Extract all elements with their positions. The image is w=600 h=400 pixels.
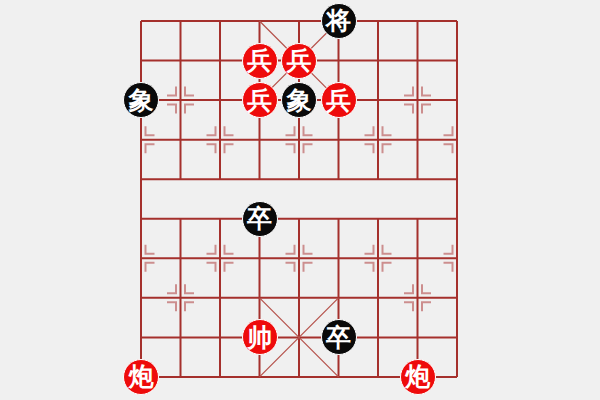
board-point: 帅: [240, 318, 280, 358]
board-point: 象: [121, 80, 161, 120]
board-point: [319, 159, 359, 199]
board-point: 将: [319, 1, 359, 41]
board-point: [279, 278, 319, 318]
board-point: [437, 318, 477, 358]
board-point: [161, 357, 201, 397]
board-point: [398, 159, 438, 199]
board-point: [398, 238, 438, 278]
board-point: [121, 41, 161, 81]
board-point: [437, 278, 477, 318]
board-point: [161, 278, 201, 318]
board-point: 卒: [319, 318, 359, 358]
board-point: [121, 1, 161, 41]
board-points-grid: 将兵兵象兵象兵卒帅卒炮炮: [121, 1, 477, 396]
board-point: [240, 159, 280, 199]
board-point: [121, 278, 161, 318]
board-point: 象: [279, 80, 319, 120]
black-elephant-piece[interactable]: 象: [281, 82, 317, 118]
board-point: 卒: [240, 199, 280, 239]
board-point: [279, 357, 319, 397]
board-point: [358, 120, 398, 160]
board-point: [240, 1, 280, 41]
board-point: [161, 238, 201, 278]
red-general-piece[interactable]: 帅: [242, 319, 278, 355]
board-point: [279, 318, 319, 358]
board-point: [437, 159, 477, 199]
board-point: 兵: [240, 41, 280, 81]
board-point: [437, 80, 477, 120]
board-point: 兵: [279, 41, 319, 81]
board-point: 兵: [240, 80, 280, 120]
board-point: [319, 357, 359, 397]
board-point: [200, 41, 240, 81]
board-point: [161, 199, 201, 239]
board-point: [161, 159, 201, 199]
board-point: [319, 120, 359, 160]
board-point: [279, 238, 319, 278]
board-point: [121, 159, 161, 199]
board-point: [121, 199, 161, 239]
black-soldier-piece[interactable]: 卒: [242, 201, 278, 237]
board-point: [319, 199, 359, 239]
red-soldier-piece[interactable]: 兵: [242, 43, 278, 79]
black-elephant-piece[interactable]: 象: [123, 82, 159, 118]
board-point: [161, 80, 201, 120]
board-point: [161, 41, 201, 81]
board-point: [240, 120, 280, 160]
board-point: [240, 357, 280, 397]
board-point: [200, 80, 240, 120]
board-point: [161, 318, 201, 358]
board-point: [319, 238, 359, 278]
red-soldier-piece[interactable]: 兵: [281, 43, 317, 79]
board-point: [398, 41, 438, 81]
board-point: [398, 120, 438, 160]
board-point: [121, 120, 161, 160]
board-point: [398, 1, 438, 41]
board-point: [358, 41, 398, 81]
board-point: [437, 1, 477, 41]
board-point: [358, 199, 398, 239]
board-point: [358, 238, 398, 278]
board-point: [121, 318, 161, 358]
board-point: [358, 318, 398, 358]
board-point: [240, 278, 280, 318]
board-point: [200, 120, 240, 160]
board-point: [279, 159, 319, 199]
board-point: [437, 41, 477, 81]
black-soldier-piece[interactable]: 卒: [321, 319, 357, 355]
board-point: 兵: [319, 80, 359, 120]
board-point: [200, 357, 240, 397]
board-point: [358, 357, 398, 397]
board-point: [398, 278, 438, 318]
xiangqi-board: 将兵兵象兵象兵卒帅卒炮炮: [0, 0, 600, 400]
board-point: [398, 199, 438, 239]
board-point: [358, 278, 398, 318]
board-point: [358, 1, 398, 41]
red-soldier-piece[interactable]: 兵: [321, 82, 357, 118]
board-point: [161, 120, 201, 160]
board-point: [200, 278, 240, 318]
board-point: [437, 120, 477, 160]
board-point: [398, 318, 438, 358]
board-point: [200, 1, 240, 41]
red-soldier-piece[interactable]: 兵: [242, 82, 278, 118]
board-point: [358, 159, 398, 199]
board-point: [161, 1, 201, 41]
board-point: [200, 199, 240, 239]
board-point: [319, 278, 359, 318]
board-point: [437, 238, 477, 278]
board-point: [279, 199, 319, 239]
board-point: [121, 238, 161, 278]
red-cannon-piece[interactable]: 炮: [400, 359, 436, 395]
board-point: [279, 1, 319, 41]
board-point: [398, 80, 438, 120]
board-point: [279, 120, 319, 160]
board-point: 炮: [398, 357, 438, 397]
board-point: [200, 318, 240, 358]
board-point: [200, 238, 240, 278]
board-point: [437, 357, 477, 397]
board-point: 炮: [121, 357, 161, 397]
board-point: [358, 80, 398, 120]
board-point: [319, 41, 359, 81]
board-point: [200, 159, 240, 199]
black-general-piece[interactable]: 将: [321, 3, 357, 39]
board-point: [437, 199, 477, 239]
board-point: [240, 238, 280, 278]
red-cannon-piece[interactable]: 炮: [123, 359, 159, 395]
